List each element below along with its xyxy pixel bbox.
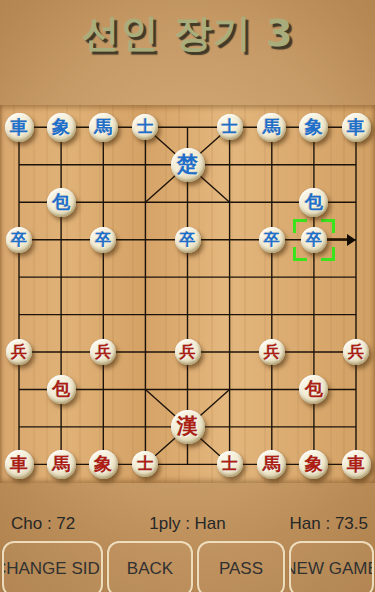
status-bar: Cho : 72 1ply : Han Han : 73.5	[0, 508, 375, 538]
han-score: Han : 73.5	[290, 514, 368, 534]
piece-han-king[interactable]: 漢	[171, 410, 205, 444]
piece-cho-king[interactable]: 楚	[171, 148, 205, 182]
piece-han-pawn[interactable]: 兵	[343, 339, 369, 365]
app-title: 선인 장기 3	[0, 8, 375, 59]
new-game-button[interactable]: NEW GAME	[289, 541, 374, 592]
piece-han-chariot[interactable]: 車	[5, 450, 34, 479]
piece-han-pawn[interactable]: 兵	[259, 339, 285, 365]
piece-han-elephant[interactable]: 象	[89, 450, 118, 479]
piece-han-pawn[interactable]: 兵	[175, 339, 201, 365]
change-side-button[interactable]: CHANGE SIDE	[2, 541, 103, 592]
piece-cho-pawn[interactable]: 卒	[175, 227, 201, 253]
piece-cho-cannon[interactable]: 包	[47, 188, 76, 217]
piece-cho-guard[interactable]: 士	[217, 114, 243, 140]
piece-cho-horse[interactable]: 馬	[257, 113, 286, 142]
piece-cho-elephant[interactable]: 象	[299, 113, 328, 142]
piece-han-guard[interactable]: 士	[217, 451, 243, 477]
piece-han-chariot[interactable]: 車	[342, 450, 371, 479]
piece-cho-chariot[interactable]: 車	[5, 113, 34, 142]
piece-han-pawn[interactable]: 兵	[6, 339, 32, 365]
piece-cho-cannon[interactable]: 包	[299, 188, 328, 217]
piece-cho-chariot[interactable]: 車	[342, 113, 371, 142]
piece-han-horse[interactable]: 馬	[257, 450, 286, 479]
piece-han-cannon[interactable]: 包	[47, 375, 76, 404]
piece-cho-pawn[interactable]: 卒	[90, 227, 116, 253]
back-button[interactable]: BACK	[107, 541, 193, 592]
piece-cho-pawn[interactable]: 卒	[259, 227, 285, 253]
pass-button[interactable]: PASS	[197, 541, 285, 592]
piece-cho-pawn[interactable]: 卒	[6, 227, 32, 253]
piece-han-horse[interactable]: 馬	[47, 450, 76, 479]
janggi-app-screen: 선인 장기 3	[0, 0, 375, 592]
janggi-board[interactable]: 車象馬士士馬象車楚包包卒卒卒卒卒兵兵兵兵兵包包漢車馬象士士馬象車	[0, 105, 375, 483]
piece-cho-elephant[interactable]: 象	[47, 113, 76, 142]
piece-cho-pawn[interactable]: 卒	[301, 227, 327, 253]
piece-cho-horse[interactable]: 馬	[89, 113, 118, 142]
